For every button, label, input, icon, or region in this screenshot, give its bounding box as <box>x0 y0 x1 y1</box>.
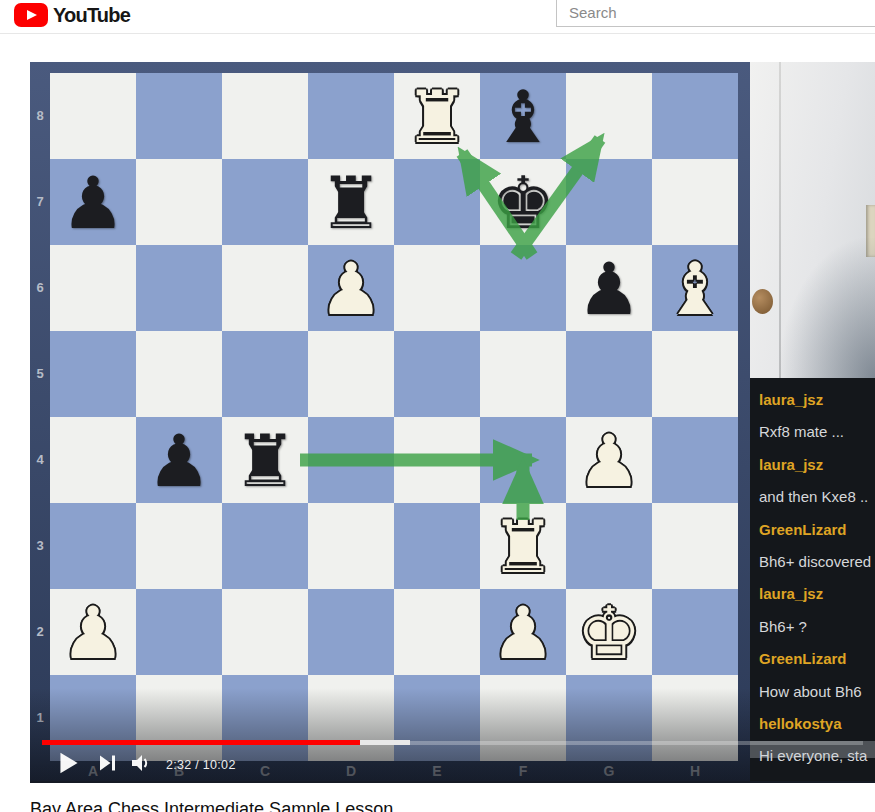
square-f6 <box>480 245 566 331</box>
rank-label-6: 6 <box>30 245 50 331</box>
piece-white-king-g2: ♚ <box>566 589 652 675</box>
rank-label-5: 5 <box>30 331 50 417</box>
square-c7 <box>222 159 308 245</box>
player-controls: 2:32 / 10:02 <box>30 748 750 783</box>
board-border: 87654321 ABCDEFGH ♜♝♟♜♚♟♟♝♟♜♟♜♟♟♚ <box>30 62 750 783</box>
piece-white-pawn-d6: ♟ <box>308 245 394 331</box>
chat-username: GreenLizard <box>759 514 875 546</box>
square-b3 <box>136 503 222 589</box>
square-c8 <box>222 73 308 159</box>
time-display: 2:32 / 10:02 <box>166 758 236 772</box>
chat-message: How about Bh6 <box>759 676 875 708</box>
video-player[interactable]: 87654321 ABCDEFGH ♜♝♟♜♚♟♟♝♟♜♟♜♟♟♚ laura_… <box>30 62 875 783</box>
square-h3 <box>652 503 738 589</box>
piece-black-bishop-f8: ♝ <box>480 73 566 159</box>
next-button[interactable] <box>98 754 117 776</box>
video-title: Bay Area Chess Intermediate Sample Lesso… <box>30 799 393 812</box>
rank-label-4: 4 <box>30 417 50 503</box>
square-b5 <box>136 331 222 417</box>
door-panel <box>750 62 875 378</box>
square-h7 <box>652 159 738 245</box>
piece-black-rook-d7: ♜ <box>308 159 394 245</box>
square-e5 <box>394 331 480 417</box>
square-b6 <box>136 245 222 331</box>
chat-username: laura_jsz <box>759 449 875 481</box>
play-button[interactable] <box>58 751 80 779</box>
video-bottom-edge <box>30 781 875 783</box>
square-b7 <box>136 159 222 245</box>
youtube-logo[interactable]: YouTube <box>14 3 130 27</box>
square-h4 <box>652 417 738 503</box>
volume-button[interactable] <box>130 753 152 777</box>
square-d8 <box>308 73 394 159</box>
piece-white-bishop-h6: ♝ <box>652 245 738 331</box>
square-d4 <box>308 417 394 503</box>
square-g8 <box>566 73 652 159</box>
youtube-logo-text: YouTube <box>53 4 130 27</box>
piece-black-rook-c4: ♜ <box>222 417 308 503</box>
person-shadow <box>780 238 875 378</box>
rank-label-3: 3 <box>30 503 50 589</box>
piece-white-pawn-f2: ♟ <box>480 589 566 675</box>
square-c2 <box>222 589 308 675</box>
square-e4 <box>394 417 480 503</box>
square-c3 <box>222 503 308 589</box>
chat-username: laura_jsz <box>759 578 875 610</box>
piece-black-pawn-a7: ♟ <box>50 159 136 245</box>
piece-white-rook-e8: ♜ <box>394 73 480 159</box>
rank-label-7: 7 <box>30 159 50 245</box>
youtube-play-icon <box>14 3 48 27</box>
square-h8 <box>652 73 738 159</box>
progress-buffered <box>360 740 410 745</box>
square-a5 <box>50 331 136 417</box>
chat-message: Bh6+ ? <box>759 611 875 643</box>
piece-black-king-f7: ♚ <box>480 159 566 245</box>
chat-username: hellokostya <box>759 708 875 740</box>
live-chat-overlay: laura_jszRxf8 mate ...laura_jszand then … <box>750 378 875 783</box>
piece-white-pawn-a2: ♟ <box>50 589 136 675</box>
square-e3 <box>394 503 480 589</box>
square-g7 <box>566 159 652 245</box>
search-input[interactable] <box>556 0 875 27</box>
progress-played <box>42 740 360 745</box>
square-f4 <box>480 417 566 503</box>
chat-message: and then Kxe8 .. <box>759 481 875 513</box>
square-f5 <box>480 331 566 417</box>
progress-bar[interactable] <box>42 740 863 745</box>
square-c6 <box>222 245 308 331</box>
door-knob-icon <box>752 289 773 314</box>
square-c5 <box>222 331 308 417</box>
chat-message: Rxf8 mate ... <box>759 416 875 448</box>
square-a6 <box>50 245 136 331</box>
square-e7 <box>394 159 480 245</box>
square-h2 <box>652 589 738 675</box>
chat-message: Bh6+ discovered <box>759 546 875 578</box>
square-h5 <box>652 331 738 417</box>
piece-white-rook-f3: ♜ <box>480 503 566 589</box>
square-e6 <box>394 245 480 331</box>
square-b8 <box>136 73 222 159</box>
chat-message: Hi everyone, sta <box>759 740 875 772</box>
chat-username: laura_jsz <box>759 384 875 416</box>
page-header: YouTube <box>0 0 875 34</box>
square-a8 <box>50 73 136 159</box>
piece-black-pawn-b4: ♟ <box>136 417 222 503</box>
piece-black-pawn-g6: ♟ <box>566 245 652 331</box>
piece-white-pawn-g4: ♟ <box>566 417 652 503</box>
square-g3 <box>566 503 652 589</box>
chat-username: GreenLizard <box>759 643 875 675</box>
square-e2 <box>394 589 480 675</box>
rank-label-2: 2 <box>30 589 50 675</box>
square-d3 <box>308 503 394 589</box>
square-g5 <box>566 331 652 417</box>
square-d2 <box>308 589 394 675</box>
square-b2 <box>136 589 222 675</box>
square-d5 <box>308 331 394 417</box>
progress-track <box>410 741 863 745</box>
square-a4 <box>50 417 136 503</box>
square-a3 <box>50 503 136 589</box>
rank-label-8: 8 <box>30 73 50 159</box>
